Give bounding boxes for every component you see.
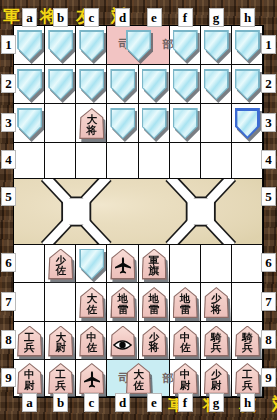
- piece-pink-大佐-hq9[interactable]: 大佐: [126, 363, 151, 394]
- col-label-top-a: a: [22, 8, 37, 27]
- square-f6[interactable]: [170, 245, 200, 282]
- row-label-left-7: 7: [1, 292, 16, 311]
- piece-rank-label: 地雷: [142, 293, 167, 314]
- piece-blue-hidden-c1[interactable]: [79, 30, 104, 61]
- col-label-bottom-e: e: [147, 393, 162, 412]
- piece-blue-hidden-d3[interactable]: [110, 108, 135, 139]
- piece-rank-label: 地雷: [110, 293, 135, 314]
- blue-piece-face: [205, 71, 227, 99]
- piece-blue-hidden-a1[interactable]: [17, 30, 42, 61]
- blue-piece-face: [50, 71, 72, 99]
- piece-rank-label: 工兵: [48, 369, 73, 390]
- row-label-right-5: 5: [261, 187, 276, 206]
- spy-eye-icon: [113, 336, 132, 355]
- square-g6[interactable]: [201, 245, 231, 282]
- blue-piece-face: [19, 110, 41, 138]
- mountain-zone-row5: [14, 179, 262, 244]
- row-label-right-4: 4: [261, 150, 276, 169]
- piece-pink-少尉-g9[interactable]: 少尉: [204, 363, 229, 394]
- square-c4[interactable]: [76, 143, 106, 178]
- piece-pink-地雷-d7[interactable]: 地雷: [110, 287, 135, 318]
- piece-rank-label: 中佐: [173, 332, 198, 353]
- square-b4[interactable]: [45, 143, 75, 178]
- piece-pink-少将-e8[interactable]: 少将: [142, 326, 167, 357]
- blue-piece-face: [236, 71, 258, 99]
- piece-blue-hidden-e3[interactable]: [142, 108, 167, 139]
- col-label-top-g: g: [209, 8, 224, 27]
- square-b7[interactable]: [45, 283, 75, 321]
- blue-piece-face: [174, 32, 196, 60]
- airplane-icon: [115, 257, 131, 279]
- piece-blue-hidden-b1[interactable]: [48, 30, 73, 61]
- blue-piece-face: [174, 110, 196, 138]
- row-label-right-2: 2: [261, 74, 276, 93]
- blue-piece-face: [128, 32, 150, 60]
- piece-blue-hidden-e2[interactable]: [142, 69, 167, 100]
- piece-blue-hidden-d2[interactable]: [110, 69, 135, 100]
- piece-blue-hidden-c2[interactable]: [79, 69, 104, 100]
- square-b3[interactable]: [45, 104, 75, 142]
- square-g3[interactable]: [201, 104, 231, 142]
- piece-blue-hidden-f2[interactable]: [173, 69, 198, 100]
- square-h4[interactable]: [232, 143, 262, 178]
- piece-blue-hidden-a3[interactable]: [17, 108, 42, 139]
- row-label-left-5: 5: [1, 187, 16, 206]
- blue-piece-face: [81, 32, 103, 60]
- watermark-char: 軍: [3, 8, 20, 25]
- piece-pink-地雷-e7[interactable]: 地雷: [142, 287, 167, 318]
- piece-blue-hidden-b2[interactable]: [48, 69, 73, 100]
- piece-rank-label: 大佐: [79, 293, 104, 314]
- piece-pink-騎兵-h8[interactable]: 騎兵: [235, 326, 260, 357]
- square-a4[interactable]: [14, 143, 44, 178]
- col-label-bottom-f: f: [178, 393, 193, 412]
- blue-piece-face: [174, 71, 196, 99]
- col-label-top-f: f: [178, 8, 193, 27]
- row-label-right-1: 1: [261, 35, 276, 54]
- square-h7[interactable]: [232, 283, 262, 321]
- blue-piece-face: [143, 71, 165, 99]
- blue-piece-face: [81, 250, 103, 278]
- piece-rank-label: 少将: [142, 332, 167, 353]
- col-label-bottom-h: h: [240, 393, 255, 412]
- blue-piece-face: [236, 32, 258, 60]
- row-label-left-2: 2: [1, 74, 16, 93]
- piece-pink-地雷-f7[interactable]: 地雷: [173, 287, 198, 318]
- blue-piece-face: [112, 71, 134, 99]
- col-label-bottom-g: g: [209, 393, 224, 412]
- piece-rank-label: 大尉: [48, 332, 73, 353]
- piece-blue-hidden-c6[interactable]: [79, 249, 104, 280]
- square-f4[interactable]: [170, 143, 200, 178]
- blue-piece-face: [81, 71, 103, 99]
- piece-rank-label: 中尉: [17, 369, 42, 390]
- piece-rank-label: 中佐: [79, 332, 104, 353]
- piece-blue-hidden-f3[interactable]: [173, 108, 198, 139]
- row-label-right-7: 7: [261, 292, 276, 311]
- row-label-right-3: 3: [261, 113, 276, 132]
- piece-pink-中佐-c8[interactable]: 中佐: [79, 326, 104, 357]
- piece-pink-軍旗-e6[interactable]: 軍旗: [142, 249, 167, 280]
- blue-piece-face: [19, 32, 41, 60]
- row-label-left-9: 9: [1, 368, 16, 387]
- piece-blue-hidden-g1[interactable]: [204, 30, 229, 61]
- piece-pink-工兵-h9[interactable]: 工兵: [235, 363, 260, 394]
- col-label-bottom-c: c: [84, 393, 99, 412]
- piece-pink-大尉-b8[interactable]: 大尉: [48, 326, 73, 357]
- piece-rank-label: 騎兵: [235, 332, 260, 353]
- piece-blue-hidden-h2[interactable]: [235, 69, 260, 100]
- piece-pink-大将-c3[interactable]: 大将: [79, 108, 104, 139]
- piece-blue-hidden-a2[interactable]: [17, 69, 42, 100]
- piece-pink-airplane-d6[interactable]: [110, 249, 135, 280]
- airplane-icon: [84, 371, 100, 393]
- gunjin-shogi-game: 軍将友対 軍将友対 司令部司令部: [0, 0, 277, 420]
- piece-blue-hidden-h3[interactable]: [235, 108, 260, 139]
- piece-blue-hidden-f1[interactable]: [173, 30, 198, 61]
- square-h6[interactable]: [232, 245, 262, 282]
- col-label-bottom-d: d: [115, 393, 130, 412]
- piece-blue-hidden-g2[interactable]: [204, 69, 229, 100]
- row-label-left-3: 3: [1, 113, 16, 132]
- blue-piece-face: [50, 32, 72, 60]
- piece-pink-大佐-c7[interactable]: 大佐: [79, 287, 104, 318]
- blue-piece-face: [19, 71, 41, 99]
- col-label-top-e: e: [147, 8, 162, 27]
- piece-pink-spy-eye-d8[interactable]: [110, 326, 135, 357]
- col-label-top-d: d: [115, 8, 130, 27]
- board: 司令部司令部: [13, 25, 264, 398]
- piece-pink-中佐-f8[interactable]: 中佐: [173, 326, 198, 357]
- piece-blue-hidden-h1[interactable]: [235, 30, 260, 61]
- piece-pink-中尉-a9[interactable]: 中尉: [17, 363, 42, 394]
- piece-pink-中尉-f9[interactable]: 中尉: [173, 363, 198, 394]
- piece-rank-label: 中尉: [173, 369, 198, 390]
- piece-rank-label: 大将: [79, 114, 104, 135]
- airplane-icon: [115, 257, 131, 275]
- piece-rank-label: 地雷: [173, 293, 198, 314]
- piece-rank-label: 工兵: [235, 369, 260, 390]
- row-label-left-6: 6: [1, 253, 16, 272]
- row-label-left-8: 8: [1, 330, 16, 349]
- col-label-top-h: h: [240, 8, 255, 27]
- row-label-right-9: 9: [261, 368, 276, 387]
- blue-piece-face: [205, 32, 227, 60]
- airplane-icon: [84, 371, 100, 389]
- piece-rank-label: 少佐: [48, 255, 73, 276]
- piece-pink-airplane-c9[interactable]: [79, 363, 104, 394]
- blue-piece-face: [112, 110, 134, 138]
- piece-rank-label: 少尉: [204, 369, 229, 390]
- col-label-top-b: b: [53, 8, 68, 27]
- col-label-bottom-a: a: [22, 393, 37, 412]
- piece-blue-hidden-hq1[interactable]: [126, 30, 151, 61]
- square-g4[interactable]: [201, 143, 231, 178]
- blue-piece-face: [143, 110, 165, 138]
- piece-rank-label: 工兵: [17, 332, 42, 353]
- square-a6[interactable]: [14, 245, 44, 282]
- spy-eye-icon: [113, 339, 132, 351]
- row-label-right-8: 8: [261, 330, 276, 349]
- piece-rank-label: 軍旗: [142, 255, 167, 276]
- col-label-top-c: c: [84, 8, 99, 27]
- watermark-char: 対: [272, 396, 277, 413]
- piece-pink-少将-g7[interactable]: 少将: [204, 287, 229, 318]
- piece-pink-工兵-a8[interactable]: 工兵: [17, 326, 42, 357]
- square-a7[interactable]: [14, 283, 44, 321]
- col-label-bottom-b: b: [53, 393, 68, 412]
- square-d4[interactable]: [107, 143, 137, 178]
- piece-pink-少佐-b6[interactable]: 少佐: [48, 249, 73, 280]
- piece-pink-騎兵-g8[interactable]: 騎兵: [204, 326, 229, 357]
- square-e4[interactable]: [139, 143, 169, 178]
- row-label-left-1: 1: [1, 35, 16, 54]
- piece-rank-label: 少将: [204, 293, 229, 314]
- blue-piece-face: [237, 111, 257, 137]
- piece-rank-label: 騎兵: [204, 332, 229, 353]
- piece-pink-工兵-b9[interactable]: 工兵: [48, 363, 73, 394]
- row-label-right-6: 6: [261, 253, 276, 272]
- row-label-left-4: 4: [1, 150, 16, 169]
- piece-rank-label: 大佐: [126, 369, 151, 390]
